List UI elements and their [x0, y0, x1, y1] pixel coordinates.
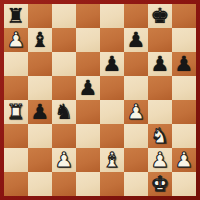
piece-black-rook-a8[interactable]: ♜ — [4, 4, 28, 28]
square-b3[interactable] — [28, 124, 52, 148]
piece-white-king-g1[interactable]: ♚ — [148, 172, 172, 196]
square-h6[interactable]: ♟ — [172, 52, 196, 76]
square-a4[interactable]: ♜ — [4, 100, 28, 124]
square-h8[interactable] — [172, 4, 196, 28]
square-c3[interactable] — [52, 124, 76, 148]
square-c2[interactable]: ♟ — [52, 148, 76, 172]
piece-white-pawn-f4[interactable]: ♟ — [124, 100, 148, 124]
piece-white-knight-g3[interactable]: ♞ — [148, 124, 172, 148]
piece-white-pawn-h2[interactable]: ♟ — [172, 148, 196, 172]
square-h1[interactable] — [172, 172, 196, 196]
piece-white-rook-a4[interactable]: ♜ — [4, 100, 28, 124]
piece-black-king-g8[interactable]: ♚ — [148, 4, 172, 28]
square-e8[interactable] — [100, 4, 124, 28]
square-f8[interactable] — [124, 4, 148, 28]
square-g3[interactable]: ♞ — [148, 124, 172, 148]
square-c8[interactable] — [52, 4, 76, 28]
piece-black-pawn-g6[interactable]: ♟ — [148, 52, 172, 76]
square-g1[interactable]: ♚ — [148, 172, 172, 196]
square-d4[interactable] — [76, 100, 100, 124]
square-e7[interactable] — [100, 28, 124, 52]
piece-white-pawn-g2[interactable]: ♟ — [148, 148, 172, 172]
chess-board: ♜♚♟♝♟♟♟♟♟♜♟♞♟♞♟♝♟♟♚ — [4, 4, 196, 196]
piece-black-pawn-d5[interactable]: ♟ — [76, 76, 100, 100]
square-h2[interactable]: ♟ — [172, 148, 196, 172]
piece-black-pawn-f7[interactable]: ♟ — [124, 28, 148, 52]
square-g4[interactable] — [148, 100, 172, 124]
piece-black-pawn-e6[interactable]: ♟ — [100, 52, 124, 76]
square-d6[interactable] — [76, 52, 100, 76]
square-g5[interactable] — [148, 76, 172, 100]
square-a6[interactable] — [4, 52, 28, 76]
piece-white-pawn-c2[interactable]: ♟ — [52, 148, 76, 172]
square-d7[interactable] — [76, 28, 100, 52]
square-a2[interactable] — [4, 148, 28, 172]
square-g6[interactable]: ♟ — [148, 52, 172, 76]
square-b4[interactable]: ♟ — [28, 100, 52, 124]
square-e1[interactable] — [100, 172, 124, 196]
square-e5[interactable] — [100, 76, 124, 100]
square-a7[interactable]: ♟ — [4, 28, 28, 52]
square-b2[interactable] — [28, 148, 52, 172]
square-a5[interactable] — [4, 76, 28, 100]
square-g7[interactable] — [148, 28, 172, 52]
square-e6[interactable]: ♟ — [100, 52, 124, 76]
square-g8[interactable]: ♚ — [148, 4, 172, 28]
piece-black-knight-c4[interactable]: ♞ — [52, 100, 76, 124]
square-c6[interactable] — [52, 52, 76, 76]
square-c5[interactable] — [52, 76, 76, 100]
square-a8[interactable]: ♜ — [4, 4, 28, 28]
square-e2[interactable]: ♝ — [100, 148, 124, 172]
square-c7[interactable] — [52, 28, 76, 52]
square-b7[interactable]: ♝ — [28, 28, 52, 52]
square-c1[interactable] — [52, 172, 76, 196]
square-b5[interactable] — [28, 76, 52, 100]
square-d8[interactable] — [76, 4, 100, 28]
piece-black-bishop-b7[interactable]: ♝ — [28, 28, 52, 52]
square-a1[interactable] — [4, 172, 28, 196]
square-h5[interactable] — [172, 76, 196, 100]
square-e4[interactable] — [100, 100, 124, 124]
square-f2[interactable] — [124, 148, 148, 172]
piece-white-bishop-e2[interactable]: ♝ — [100, 148, 124, 172]
square-b1[interactable] — [28, 172, 52, 196]
square-d5[interactable]: ♟ — [76, 76, 100, 100]
square-d2[interactable] — [76, 148, 100, 172]
board-frame: ♜♚♟♝♟♟♟♟♟♜♟♞♟♞♟♝♟♟♚ — [0, 0, 200, 200]
square-f6[interactable] — [124, 52, 148, 76]
square-h7[interactable] — [172, 28, 196, 52]
square-h4[interactable] — [172, 100, 196, 124]
square-h3[interactable] — [172, 124, 196, 148]
square-b6[interactable] — [28, 52, 52, 76]
piece-black-pawn-b4[interactable]: ♟ — [28, 100, 52, 124]
square-c4[interactable]: ♞ — [52, 100, 76, 124]
square-f1[interactable] — [124, 172, 148, 196]
piece-black-pawn-h6[interactable]: ♟ — [172, 52, 196, 76]
piece-white-pawn-a7[interactable]: ♟ — [4, 28, 28, 52]
square-e3[interactable] — [100, 124, 124, 148]
square-g2[interactable]: ♟ — [148, 148, 172, 172]
square-d3[interactable] — [76, 124, 100, 148]
square-b8[interactable] — [28, 4, 52, 28]
square-f7[interactable]: ♟ — [124, 28, 148, 52]
square-a3[interactable] — [4, 124, 28, 148]
square-f4[interactable]: ♟ — [124, 100, 148, 124]
square-f3[interactable] — [124, 124, 148, 148]
square-f5[interactable] — [124, 76, 148, 100]
square-d1[interactable] — [76, 172, 100, 196]
